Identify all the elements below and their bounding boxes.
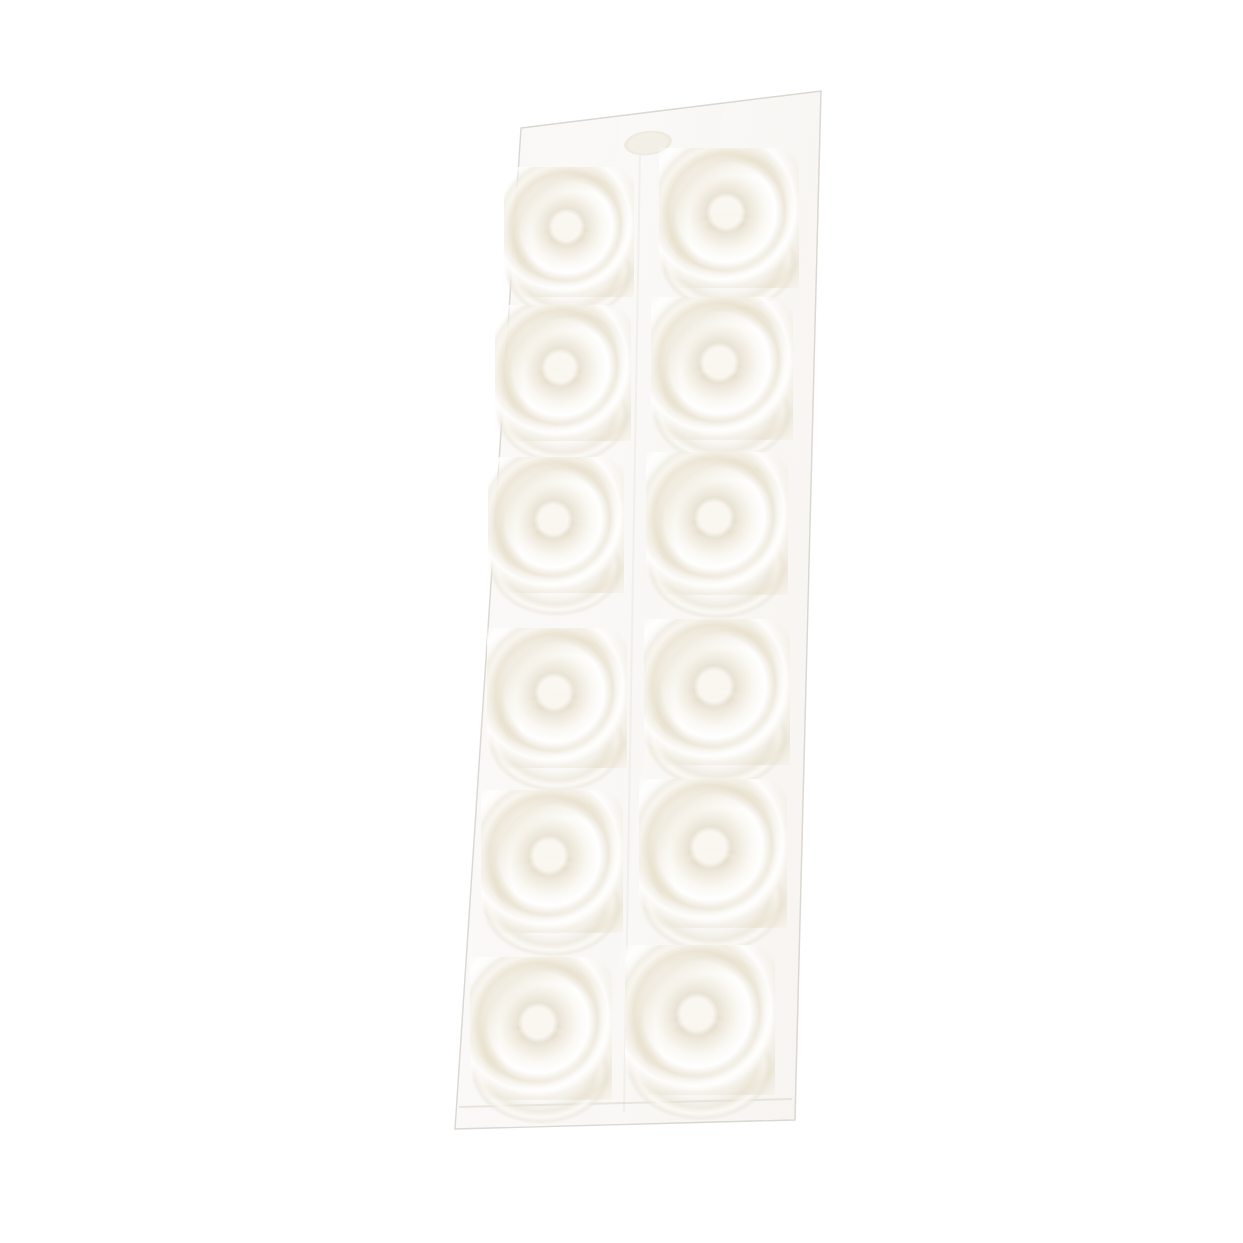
bumper-pad-r1-right	[659, 148, 799, 313]
bumper-pad-r2-left	[495, 305, 631, 465]
bumper-pad-r2-right	[651, 297, 793, 465]
bumper-pad-r1-left	[504, 167, 634, 320]
bumper-pad-r5-right	[639, 779, 787, 954]
photo-canvas	[0, 0, 1243, 1243]
bumper-pad-r3-left	[488, 457, 624, 617]
bumper-pad-r5-left	[481, 790, 623, 958]
bumper-pad-r6-left	[470, 957, 612, 1125]
bumper-pad-r6-right	[625, 945, 775, 1122]
bumper-pad-r3-right	[646, 452, 788, 620]
bumper-pad-r4-left	[487, 628, 627, 793]
bumper-pad-r4-right	[644, 619, 790, 791]
